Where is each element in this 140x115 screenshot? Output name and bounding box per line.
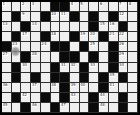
- cell-r10-c7: [60, 93, 70, 103]
- cell-r6-c4[interactable]: 28: [31, 52, 41, 62]
- cell-r11-c4[interactable]: 46: [31, 103, 41, 113]
- clue-number: 37: [31, 83, 37, 87]
- clue-number: 14: [31, 22, 37, 26]
- cell-r11-c10: [89, 103, 99, 113]
- cell-r6-c10: [89, 52, 99, 62]
- cell-r8-c14[interactable]: [128, 73, 138, 83]
- clue-number: 30: [21, 63, 27, 67]
- cell-r6-c6[interactable]: [51, 52, 61, 62]
- cell-r6-c9[interactable]: [80, 52, 90, 62]
- cell-r2-c6[interactable]: 10: [51, 12, 61, 22]
- cell-r1-c9[interactable]: 5: [80, 2, 90, 12]
- cell-r7-c11[interactable]: [99, 63, 109, 73]
- cell-r3-c8[interactable]: [70, 22, 80, 32]
- cell-r4-c9[interactable]: 19: [80, 32, 90, 42]
- clue-number: 40: [80, 83, 86, 87]
- cell-r5-c14[interactable]: [128, 42, 138, 52]
- clue-number: 41: [109, 83, 115, 87]
- cell-r4-c3[interactable]: 17: [21, 32, 31, 42]
- cell-r8-c11: [99, 73, 109, 83]
- clue-number: 44: [99, 93, 105, 97]
- cell-r9-c12[interactable]: 41: [109, 83, 119, 93]
- cell-r10-c2: [12, 93, 22, 103]
- cell-r1-c5[interactable]: [41, 2, 51, 12]
- cell-r2-c9[interactable]: [80, 12, 90, 22]
- cell-r11-c5[interactable]: [41, 103, 51, 113]
- clue-number: 25: [89, 42, 95, 46]
- cell-r5-c2[interactable]: 23: [12, 42, 22, 52]
- cell-r6-c3: [21, 52, 31, 62]
- cell-r8-c1[interactable]: [2, 73, 12, 83]
- cell-r2-c10: [89, 12, 99, 22]
- cell-r1-c6: [51, 2, 61, 12]
- clue-number: 24: [41, 42, 47, 46]
- clue-number: 8: [128, 2, 132, 6]
- cell-r6-c12: [109, 52, 119, 62]
- clue-number: 7: [119, 2, 123, 6]
- clue-number: 21: [109, 32, 115, 36]
- cell-r9-c13[interactable]: [119, 83, 129, 93]
- cell-r2-c14[interactable]: [128, 12, 138, 22]
- cell-r1-c13[interactable]: 7: [119, 2, 129, 12]
- clue-number: 34: [119, 63, 125, 67]
- cell-r10-c6[interactable]: [51, 93, 61, 103]
- clue-number: 10: [51, 12, 57, 16]
- cell-r9-c8[interactable]: 39: [70, 83, 80, 93]
- cell-r3-c10: [89, 22, 99, 32]
- cell-r8-c6: [51, 73, 61, 83]
- cell-r2-c4[interactable]: [31, 12, 41, 22]
- cell-r7-c8[interactable]: 32: [70, 63, 80, 73]
- cell-r5-c7: [60, 42, 70, 52]
- cell-r10-c11[interactable]: 44: [99, 93, 109, 103]
- cell-r11-c11[interactable]: 48: [99, 103, 109, 113]
- clue-number: 2: [21, 2, 25, 6]
- cell-r6-c11[interactable]: [99, 52, 109, 62]
- cell-r4-c12[interactable]: 21: [109, 32, 119, 42]
- clue-number: 9: [21, 12, 25, 16]
- cell-r3-c12[interactable]: 16: [109, 22, 119, 32]
- cell-r3-c11[interactable]: 15: [99, 22, 109, 32]
- cell-r8-c7: [60, 73, 70, 83]
- cell-r3-c7[interactable]: [60, 22, 70, 32]
- cell-r10-c3[interactable]: 42: [21, 93, 31, 103]
- cell-r10-c12[interactable]: [109, 93, 119, 103]
- cell-r11-c2[interactable]: [12, 103, 22, 113]
- cell-r1-c8[interactable]: 4: [70, 2, 80, 12]
- cell-r6-c14[interactable]: [128, 52, 138, 62]
- cell-r3-c14[interactable]: [128, 22, 138, 32]
- cell-r6-c8: [70, 52, 80, 62]
- clue-number: 1: [2, 2, 6, 6]
- cell-r2-c11[interactable]: [99, 12, 109, 22]
- cell-r11-c3: [21, 103, 31, 113]
- clue-number: 22: [119, 32, 125, 36]
- clue-number: 28: [31, 52, 37, 56]
- cell-r1-c10[interactable]: [89, 2, 99, 12]
- cell-r7-c14[interactable]: [128, 63, 138, 73]
- cell-r10-c5: [41, 93, 51, 103]
- clue-number: 17: [21, 32, 27, 36]
- cell-r7-c2: [12, 63, 22, 73]
- cell-r4-c10[interactable]: 20: [89, 32, 99, 42]
- cell-r1-c1[interactable]: 1: [2, 2, 12, 12]
- cell-r8-c2: [12, 73, 22, 83]
- cell-r8-c9: [80, 73, 90, 83]
- cell-r5-c11[interactable]: [99, 42, 109, 52]
- clue-number: 26: [119, 42, 125, 46]
- cell-r9-c7: [60, 83, 70, 93]
- clue-number: 5: [80, 2, 84, 6]
- cell-r3-c6[interactable]: [51, 22, 61, 32]
- clue-number: 13: [2, 22, 8, 26]
- cell-r1-c4[interactable]: 3: [31, 2, 41, 12]
- cell-r7-c3[interactable]: 30: [21, 63, 31, 73]
- cell-r5-c5[interactable]: 24: [41, 42, 51, 52]
- clue-number: 18: [51, 32, 57, 36]
- cell-r3-c9[interactable]: [80, 22, 90, 32]
- cell-r6-c13[interactable]: 29: [119, 52, 129, 62]
- cell-r2-c7[interactable]: 11: [60, 12, 70, 22]
- clue-number: 29: [119, 52, 125, 56]
- cell-r1-c7: [60, 2, 70, 12]
- cell-r11-c6: [51, 103, 61, 113]
- cell-r2-c8: [70, 12, 80, 22]
- clue-number: 23: [12, 42, 18, 46]
- cell-r9-c4[interactable]: 37: [31, 83, 41, 93]
- cell-r1-c2[interactable]: [12, 2, 22, 12]
- cell-r3-c2[interactable]: [12, 22, 22, 32]
- cell-r6-c2[interactable]: [12, 52, 22, 62]
- cell-r4-c4[interactable]: [31, 32, 41, 42]
- cell-r7-c9: [80, 63, 90, 73]
- clue-number: 46: [31, 103, 37, 107]
- cell-r8-c3[interactable]: [21, 73, 31, 83]
- cell-r10-c4[interactable]: [31, 93, 41, 103]
- clue-number: 12: [119, 12, 125, 16]
- clue-number: 27: [2, 52, 8, 56]
- cell-r4-c11: [99, 32, 109, 42]
- cell-r5-c13[interactable]: 26: [119, 42, 129, 52]
- clue-number: 20: [89, 32, 95, 36]
- cell-r2-c1[interactable]: [2, 12, 12, 22]
- cell-r10-c14[interactable]: [128, 93, 138, 103]
- clue-number: 45: [2, 103, 8, 107]
- cell-r11-c14[interactable]: [128, 103, 138, 113]
- clue-number: 6: [99, 2, 103, 6]
- clue-number: 36: [2, 83, 8, 87]
- cell-r1-c12[interactable]: [109, 2, 119, 12]
- clue-number: 47: [60, 103, 66, 107]
- cell-r4-c6[interactable]: 18: [51, 32, 61, 42]
- cell-r4-c7[interactable]: [60, 32, 70, 42]
- cell-r1-c11[interactable]: 6: [99, 2, 109, 12]
- cell-r4-c14[interactable]: [128, 32, 138, 42]
- clue-number: 3: [31, 2, 35, 6]
- cell-r5-c10[interactable]: 25: [89, 42, 99, 52]
- clue-number: 42: [21, 93, 27, 97]
- clue-number: 32: [70, 63, 76, 67]
- clue-number: 16: [109, 22, 115, 26]
- cell-r4-c13[interactable]: 22: [119, 32, 129, 42]
- cell-r9-c9[interactable]: 40: [80, 83, 90, 93]
- cell-r8-c12[interactable]: 35: [109, 73, 119, 83]
- cell-r8-c8[interactable]: [70, 73, 80, 83]
- cell-r7-c10[interactable]: 33: [89, 63, 99, 73]
- clue-number: 4: [70, 2, 74, 6]
- cell-r5-c9: [80, 42, 90, 52]
- cell-r4-c5: [41, 32, 51, 42]
- cell-r10-c8[interactable]: 43: [70, 93, 80, 103]
- cell-r3-c3: [21, 22, 31, 32]
- cell-r5-c12: [109, 42, 119, 52]
- clue-number: 15: [99, 22, 105, 26]
- cell-r10-c9[interactable]: [80, 93, 90, 103]
- cell-r11-c8[interactable]: [70, 103, 80, 113]
- cell-r2-c3[interactable]: 9: [21, 12, 31, 22]
- cell-r8-c5[interactable]: [41, 73, 51, 83]
- clue-number: 38: [51, 83, 57, 87]
- cell-r11-c13: [119, 103, 129, 113]
- clue-number: 11: [60, 12, 66, 16]
- cell-r2-c13[interactable]: 12: [119, 12, 129, 22]
- cell-r8-c4: [31, 73, 41, 83]
- cell-r3-c13: [119, 22, 129, 32]
- cell-r7-c1[interactable]: [2, 63, 12, 73]
- cell-r5-c8[interactable]: [70, 42, 80, 52]
- cell-r2-c12: [109, 12, 119, 22]
- cell-r7-c6: [51, 63, 61, 73]
- cell-r9-c11: [99, 83, 109, 93]
- crossword-grid: 1234567891011121314151617181920212223242…: [0, 0, 140, 115]
- cell-r3-c1[interactable]: 13: [2, 22, 12, 32]
- cell-r9-c1[interactable]: 36: [2, 83, 12, 93]
- cell-r11-c7[interactable]: 47: [60, 103, 70, 113]
- cell-r11-c9[interactable]: [80, 103, 90, 113]
- clue-number: 43: [70, 93, 76, 97]
- cell-r8-c10[interactable]: [89, 73, 99, 83]
- cell-r4-c2: [12, 32, 22, 42]
- cell-r7-c4[interactable]: [31, 63, 41, 73]
- cell-r5-c3[interactable]: [21, 42, 31, 52]
- cell-r7-c7[interactable]: 31: [60, 63, 70, 73]
- cell-r2-c2: [12, 12, 22, 22]
- cell-r6-c1[interactable]: 27: [2, 52, 12, 62]
- cell-r9-c2[interactable]: [12, 83, 22, 93]
- crossword-page: 1234567891011121314151617181920212223242…: [0, 0, 140, 115]
- cell-r9-c6[interactable]: 38: [51, 83, 61, 93]
- clue-number: 48: [99, 103, 105, 107]
- cell-r11-c12[interactable]: [109, 103, 119, 113]
- clue-number: 19: [80, 32, 86, 36]
- cell-r5-c6: [51, 42, 61, 52]
- cell-r10-c1[interactable]: [2, 93, 12, 103]
- cell-r8-c13: [119, 73, 129, 83]
- clue-number: 35: [109, 73, 115, 77]
- cell-r9-c14[interactable]: [128, 83, 138, 93]
- cell-r9-c3[interactable]: [21, 83, 31, 93]
- cell-r7-c13[interactable]: 34: [119, 63, 129, 73]
- cell-r3-c4[interactable]: 14: [31, 22, 41, 32]
- cell-r11-c1[interactable]: 45: [2, 103, 12, 113]
- cell-r6-c5[interactable]: [41, 52, 51, 62]
- cell-r3-c5[interactable]: [41, 22, 51, 32]
- cell-r4-c8: [70, 32, 80, 42]
- cell-r1-c3[interactable]: 2: [21, 2, 31, 12]
- cell-r9-c5[interactable]: [41, 83, 51, 93]
- cell-r1-c14[interactable]: 8: [128, 2, 138, 12]
- clue-number: 31: [60, 63, 66, 67]
- cell-r9-c10[interactable]: [89, 83, 99, 93]
- cell-r4-c1[interactable]: [2, 32, 12, 42]
- cell-r2-c5: [41, 12, 51, 22]
- cell-r7-c5[interactable]: [41, 63, 51, 73]
- cell-r7-c12: [109, 63, 119, 73]
- clue-number: 39: [70, 83, 76, 87]
- cell-r6-c7: [60, 52, 70, 62]
- cell-r10-c13: [119, 93, 129, 103]
- clue-number: 33: [89, 63, 95, 67]
- cell-r5-c4[interactable]: [31, 42, 41, 52]
- cell-r5-c1: [2, 42, 12, 52]
- cell-r10-c10: [89, 93, 99, 103]
